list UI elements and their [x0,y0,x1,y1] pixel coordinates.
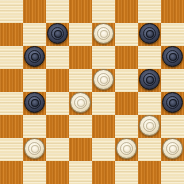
square-e3[interactable] [92,115,115,138]
square-h7 [161,23,184,46]
square-d6[interactable] [69,46,92,69]
square-h3 [161,115,184,138]
square-a8 [0,0,23,23]
square-c2 [46,138,69,161]
square-d5 [69,69,92,92]
checkers-board [0,0,184,184]
square-h2[interactable] [161,138,184,161]
square-b2[interactable] [23,138,46,161]
square-c8 [46,0,69,23]
square-b8[interactable] [23,0,46,23]
square-b4[interactable] [23,92,46,115]
white-checker-g3[interactable] [139,115,160,136]
square-a2 [0,138,23,161]
square-b1 [23,161,46,184]
square-g8 [138,0,161,23]
square-d3 [69,115,92,138]
square-h6[interactable] [161,46,184,69]
square-d7 [69,23,92,46]
square-e4 [92,92,115,115]
square-b5 [23,69,46,92]
square-e2 [92,138,115,161]
square-a3[interactable] [0,115,23,138]
square-f4[interactable] [115,92,138,115]
square-f6[interactable] [115,46,138,69]
white-checker-e7[interactable] [93,23,114,44]
square-h1 [161,161,184,184]
square-a7[interactable] [0,23,23,46]
square-f1 [115,161,138,184]
square-e8 [92,0,115,23]
square-g7[interactable] [138,23,161,46]
square-g4 [138,92,161,115]
black-checker-h6[interactable] [162,46,183,67]
black-checker-h4[interactable] [162,92,183,113]
square-f8[interactable] [115,0,138,23]
black-checker-b6[interactable] [24,46,45,67]
black-checker-g7[interactable] [139,23,160,44]
white-checker-b2[interactable] [24,138,45,159]
square-e7[interactable] [92,23,115,46]
square-a5[interactable] [0,69,23,92]
square-c4 [46,92,69,115]
square-d4[interactable] [69,92,92,115]
square-f2[interactable] [115,138,138,161]
square-h4[interactable] [161,92,184,115]
square-a4 [0,92,23,115]
square-c7[interactable] [46,23,69,46]
square-c3[interactable] [46,115,69,138]
square-e5[interactable] [92,69,115,92]
square-h8[interactable] [161,0,184,23]
square-c1[interactable] [46,161,69,184]
black-checker-g5[interactable] [139,69,160,90]
black-checker-b4[interactable] [24,92,45,113]
square-g6 [138,46,161,69]
square-g2 [138,138,161,161]
square-a1[interactable] [0,161,23,184]
black-checker-c7[interactable] [47,23,68,44]
square-g3[interactable] [138,115,161,138]
square-c5[interactable] [46,69,69,92]
square-f7 [115,23,138,46]
white-checker-d4[interactable] [70,92,91,113]
square-e6 [92,46,115,69]
square-b6[interactable] [23,46,46,69]
square-b7 [23,23,46,46]
square-b3 [23,115,46,138]
square-d2[interactable] [69,138,92,161]
square-e1[interactable] [92,161,115,184]
square-h5 [161,69,184,92]
white-checker-e5[interactable] [93,69,114,90]
square-g5[interactable] [138,69,161,92]
square-a6 [0,46,23,69]
square-d8[interactable] [69,0,92,23]
square-g1[interactable] [138,161,161,184]
white-checker-f2[interactable] [116,138,137,159]
square-f5 [115,69,138,92]
white-checker-h2[interactable] [162,138,183,159]
square-d1 [69,161,92,184]
square-f3 [115,115,138,138]
square-c6 [46,46,69,69]
